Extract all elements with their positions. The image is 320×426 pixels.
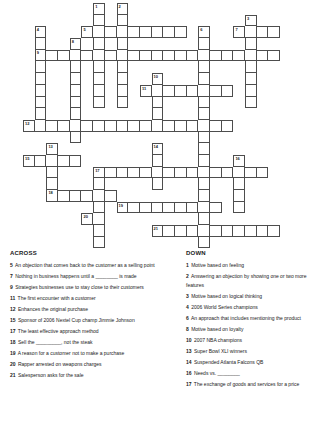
grid-cell[interactable] — [187, 120, 199, 132]
empty-space — [105, 97, 117, 109]
empty-space — [23, 73, 35, 85]
grid-cell[interactable] — [105, 190, 117, 202]
grid-cell[interactable] — [245, 167, 257, 179]
grid-cell[interactable] — [198, 213, 210, 225]
grid-cell[interactable] — [187, 167, 199, 179]
clue-text: Strategies businesses use to stay close … — [14, 284, 144, 290]
grid-cell[interactable] — [152, 155, 164, 167]
grid-cell[interactable] — [152, 26, 164, 38]
grid-cell[interactable] — [175, 202, 187, 214]
down-clue: 16 Needs vs. ________ — [186, 369, 316, 378]
grid-cell[interactable] — [163, 202, 175, 214]
grid-cell[interactable] — [93, 120, 105, 132]
empty-space — [70, 225, 82, 237]
grid-cell[interactable] — [81, 190, 93, 202]
grid-cell[interactable] — [198, 120, 210, 132]
grid-cell[interactable] — [245, 225, 257, 237]
grid-cell[interactable]: 19 — [117, 202, 129, 214]
empty-space — [140, 132, 152, 144]
grid-cell[interactable] — [198, 190, 210, 202]
grid-cell[interactable] — [163, 26, 175, 38]
across-clue: 7 Nothing in business happens until a __… — [10, 272, 186, 281]
grid-cell[interactable] — [187, 202, 199, 214]
empty-space — [70, 26, 82, 38]
clue-text: Sponsor of 2006 Nextel Cup champ Jimmie … — [17, 317, 135, 323]
grid-cell[interactable] — [46, 167, 58, 179]
grid-cell[interactable] — [93, 97, 105, 109]
grid-cell[interactable] — [198, 85, 210, 97]
grid-cell[interactable]: 6 — [198, 26, 210, 38]
grid-cell[interactable] — [105, 50, 117, 62]
grid-cell[interactable] — [198, 237, 210, 249]
grid-cell[interactable] — [81, 120, 93, 132]
grid-cell[interactable] — [222, 85, 234, 97]
cell-number: 13 — [48, 144, 52, 149]
grid-cell[interactable] — [35, 61, 47, 73]
empty-space — [140, 190, 152, 202]
clue-text: Suspended Atlanta Falcons QB — [193, 359, 264, 365]
empty-space — [140, 15, 152, 27]
grid-cell[interactable] — [257, 26, 269, 38]
clue-text: Super Bowl XLI winners — [193, 348, 247, 354]
empty-space — [268, 213, 280, 225]
empty-space — [81, 155, 93, 167]
grid-cell[interactable] — [152, 97, 164, 109]
grid-cell[interactable] — [152, 108, 164, 120]
empty-space — [210, 38, 222, 50]
grid-cell[interactable] — [152, 202, 164, 214]
grid-cell[interactable] — [187, 50, 199, 62]
empty-space — [23, 61, 35, 73]
grid-cell[interactable] — [35, 85, 47, 97]
empty-space — [23, 213, 35, 225]
grid-cell[interactable] — [268, 50, 280, 62]
grid-cell[interactable] — [117, 15, 129, 27]
grid-cell[interactable] — [105, 120, 117, 132]
empty-space — [257, 97, 269, 109]
grid-cell[interactable] — [140, 202, 152, 214]
empty-space — [23, 3, 35, 15]
grid-cell[interactable] — [35, 38, 47, 50]
empty-space — [105, 108, 117, 120]
grid-cell[interactable] — [117, 120, 129, 132]
grid-cell[interactable] — [198, 97, 210, 109]
grid-cell[interactable]: 12 — [23, 120, 35, 132]
grid-cell[interactable]: 18 — [46, 190, 58, 202]
clue-text: 2006 World Series champions — [190, 304, 258, 310]
grid-cell[interactable] — [93, 178, 105, 190]
empty-space — [163, 143, 175, 155]
grid-cell[interactable] — [93, 73, 105, 85]
empty-space — [187, 132, 199, 144]
grid-cell[interactable] — [245, 85, 257, 97]
empty-space — [105, 38, 117, 50]
grid-cell[interactable] — [93, 202, 105, 214]
grid-cell[interactable]: 2 — [117, 3, 129, 15]
grid-cell[interactable] — [117, 167, 129, 179]
empty-space — [233, 73, 245, 85]
empty-space — [257, 213, 269, 225]
grid-cell[interactable] — [198, 202, 210, 214]
empty-space — [58, 85, 70, 97]
clue-text: Salesperson asks for the sale — [17, 372, 84, 378]
empty-space — [175, 190, 187, 202]
clue-text: Nothing in business happens until a ____… — [14, 273, 137, 279]
empty-space — [81, 61, 93, 73]
empty-space — [222, 143, 234, 155]
clue-number: 20 — [10, 361, 16, 367]
empty-space — [222, 213, 234, 225]
across-clues: ACROSS 5 An objection that comes back to… — [10, 250, 186, 382]
empty-space — [46, 61, 58, 73]
empty-space — [257, 15, 269, 27]
grid-cell[interactable] — [46, 120, 58, 132]
empty-space — [58, 108, 70, 120]
grid-cell[interactable] — [152, 167, 164, 179]
grid-cell[interactable] — [35, 155, 47, 167]
grid-cell[interactable] — [117, 26, 129, 38]
grid-cell[interactable] — [198, 61, 210, 73]
grid-cell[interactable]: 5 — [81, 26, 93, 38]
grid-cell[interactable] — [46, 178, 58, 190]
grid-cell[interactable] — [245, 61, 257, 73]
grid-cell[interactable] — [93, 190, 105, 202]
empty-space — [105, 143, 117, 155]
grid-cell[interactable] — [117, 73, 129, 85]
grid-cell[interactable] — [222, 167, 234, 179]
grid-cell[interactable]: 7 — [233, 26, 245, 38]
empty-space — [210, 3, 222, 15]
grid-cell[interactable] — [70, 132, 82, 144]
grid-cell[interactable] — [93, 50, 105, 62]
grid-cell[interactable] — [140, 120, 152, 132]
empty-space — [187, 38, 199, 50]
grid-cell[interactable] — [117, 85, 129, 97]
empty-space — [128, 225, 140, 237]
grid-cell[interactable] — [268, 26, 280, 38]
grid-cell[interactable] — [58, 190, 70, 202]
clue-number: 16 — [186, 370, 192, 376]
empty-space — [128, 108, 140, 120]
grid-cell[interactable] — [35, 73, 47, 85]
grid-cell[interactable] — [70, 50, 82, 62]
grid-cell[interactable] — [70, 155, 82, 167]
empty-space — [81, 237, 93, 249]
grid-cell[interactable] — [70, 85, 82, 97]
grid-cell[interactable] — [163, 85, 175, 97]
grid-cell[interactable] — [163, 167, 175, 179]
grid-cell[interactable] — [93, 15, 105, 27]
empty-space — [245, 178, 257, 190]
grid-cell[interactable] — [198, 132, 210, 144]
clue-number: 2 — [186, 273, 189, 279]
grid-cell[interactable] — [46, 50, 58, 62]
empty-space — [105, 132, 117, 144]
empty-space — [268, 202, 280, 214]
grid-cell[interactable]: 21 — [152, 225, 164, 237]
empty-space — [233, 38, 245, 50]
crossword-grid: 123456789101112131415161718192021 — [23, 3, 280, 248]
empty-space — [222, 73, 234, 85]
grid-cell[interactable] — [233, 190, 245, 202]
grid-cell[interactable] — [58, 50, 70, 62]
empty-space — [175, 143, 187, 155]
empty-space — [268, 167, 280, 179]
empty-space — [163, 15, 175, 27]
across-clue: 15 Sponsor of 2006 Nextel Cup champ Jimm… — [10, 316, 186, 325]
cell-number: 10 — [154, 74, 158, 79]
grid-cell[interactable] — [268, 225, 280, 237]
empty-space — [268, 97, 280, 109]
clue-number: 8 — [186, 326, 189, 332]
grid-cell[interactable] — [58, 155, 70, 167]
empty-space — [268, 237, 280, 249]
across-clue: 21 Salesperson asks for the sale — [10, 371, 186, 380]
grid-cell[interactable] — [140, 26, 152, 38]
grid-cell[interactable]: 10 — [152, 73, 164, 85]
grid-cell[interactable] — [222, 225, 234, 237]
grid-cell[interactable]: 11 — [140, 85, 152, 97]
grid-cell[interactable] — [233, 167, 245, 179]
grid-cell[interactable] — [233, 202, 245, 214]
grid-cell[interactable] — [175, 50, 187, 62]
empty-space — [163, 237, 175, 249]
grid-cell[interactable] — [93, 85, 105, 97]
grid-cell[interactable] — [140, 50, 152, 62]
grid-cell[interactable] — [210, 202, 222, 214]
grid-cell[interactable] — [35, 120, 47, 132]
grid-cell[interactable] — [198, 167, 210, 179]
clue-text: The first encounter with a customer — [16, 295, 95, 301]
grid-cell[interactable] — [257, 167, 269, 179]
clue-number: 14 — [186, 359, 192, 365]
grid-cell[interactable] — [245, 26, 257, 38]
grid-cell[interactable] — [198, 155, 210, 167]
empty-space — [23, 225, 35, 237]
cell-number: 8 — [72, 39, 74, 44]
grid-cell[interactable] — [210, 167, 222, 179]
grid-cell[interactable]: 20 — [81, 213, 93, 225]
empty-space — [128, 143, 140, 155]
empty-space — [233, 15, 245, 27]
grid-cell[interactable] — [70, 120, 82, 132]
empty-space — [128, 155, 140, 167]
empty-space — [152, 38, 164, 50]
empty-space — [222, 38, 234, 50]
grid-cell[interactable] — [128, 167, 140, 179]
grid-cell[interactable] — [245, 38, 257, 50]
clue-text: A reason for a customer not to make a pu… — [17, 350, 125, 356]
grid-cell[interactable] — [117, 97, 129, 109]
empty-space — [128, 213, 140, 225]
empty-space — [245, 237, 257, 249]
grid-cell[interactable] — [210, 85, 222, 97]
grid-cell[interactable] — [198, 38, 210, 50]
empty-space — [46, 38, 58, 50]
cell-number: 19 — [119, 203, 123, 208]
empty-space — [187, 26, 199, 38]
grid-cell[interactable] — [233, 178, 245, 190]
grid-cell[interactable] — [93, 38, 105, 50]
across-clue: 9 Strategies businesses use to stay clos… — [10, 283, 186, 292]
empty-space — [46, 108, 58, 120]
grid-cell[interactable] — [175, 26, 187, 38]
grid-cell[interactable] — [93, 237, 105, 249]
empty-space — [175, 178, 187, 190]
grid-cell[interactable] — [175, 85, 187, 97]
grid-cell[interactable] — [70, 61, 82, 73]
cell-number: 17 — [95, 168, 99, 173]
empty-space — [187, 3, 199, 15]
grid-cell[interactable]: 3 — [245, 15, 257, 27]
grid-cell[interactable] — [70, 73, 82, 85]
empty-space — [187, 61, 199, 73]
grid-cell[interactable] — [128, 120, 140, 132]
grid-cell[interactable] — [128, 26, 140, 38]
grid-cell[interactable] — [245, 50, 257, 62]
grid-cell[interactable] — [198, 225, 210, 237]
grid-cell[interactable] — [198, 178, 210, 190]
clue-text: Answering an objection by showing one or… — [186, 273, 307, 288]
grid-cell[interactable] — [198, 108, 210, 120]
across-header: ACROSS — [10, 250, 186, 256]
empty-space — [35, 143, 47, 155]
empty-space — [128, 15, 140, 27]
empty-space — [268, 178, 280, 190]
grid-cell[interactable] — [210, 120, 222, 132]
grid-cell[interactable] — [152, 120, 164, 132]
grid-cell[interactable]: 1 — [93, 3, 105, 15]
empty-space — [268, 61, 280, 73]
empty-space — [163, 38, 175, 50]
empty-space — [245, 108, 257, 120]
grid-cell[interactable]: 4 — [35, 26, 47, 38]
grid-cell[interactable] — [152, 178, 164, 190]
clue-number: 17 — [186, 381, 192, 387]
empty-space — [58, 202, 70, 214]
grid-cell[interactable] — [117, 61, 129, 73]
empty-space — [117, 143, 129, 155]
empty-space — [23, 178, 35, 190]
empty-space — [140, 225, 152, 237]
grid-cell[interactable]: 9 — [35, 50, 47, 62]
empty-space — [187, 178, 199, 190]
grid-cell[interactable] — [152, 50, 164, 62]
grid-cell[interactable]: 17 — [93, 167, 105, 179]
grid-cell[interactable] — [257, 50, 269, 62]
empty-space — [81, 202, 93, 214]
grid-cell[interactable] — [175, 120, 187, 132]
grid-cell[interactable] — [35, 108, 47, 120]
grid-cell[interactable] — [117, 38, 129, 50]
empty-space — [70, 167, 82, 179]
grid-cell[interactable] — [93, 26, 105, 38]
grid-cell[interactable]: 14 — [152, 143, 164, 155]
grid-cell[interactable] — [81, 50, 93, 62]
empty-space — [117, 155, 129, 167]
empty-space — [81, 167, 93, 179]
empty-space — [35, 132, 47, 144]
grid-cell[interactable] — [163, 225, 175, 237]
down-clue: 8 Motive based on loyalty — [186, 325, 316, 334]
grid-cell[interactable] — [198, 73, 210, 85]
empty-space — [23, 237, 35, 249]
grid-cell[interactable] — [128, 50, 140, 62]
grid-cell[interactable] — [35, 97, 47, 109]
grid-cell[interactable] — [187, 85, 199, 97]
grid-cell[interactable] — [198, 50, 210, 62]
down-clue: 14 Suspended Atlanta Falcons QB — [186, 358, 316, 367]
grid-cell[interactable] — [128, 202, 140, 214]
grid-cell[interactable] — [233, 50, 245, 62]
grid-cell[interactable] — [163, 120, 175, 132]
grid-cell[interactable] — [105, 167, 117, 179]
grid-cell[interactable] — [140, 167, 152, 179]
grid-cell[interactable] — [210, 225, 222, 237]
empty-space — [58, 73, 70, 85]
empty-space — [128, 178, 140, 190]
grid-cell[interactable] — [222, 50, 234, 62]
empty-space — [58, 178, 70, 190]
clue-text: The least effective approach method — [17, 328, 99, 334]
clue-number: 13 — [186, 348, 192, 354]
grid-cell[interactable] — [233, 225, 245, 237]
empty-space — [187, 155, 199, 167]
empty-space — [163, 178, 175, 190]
empty-space — [93, 155, 105, 167]
grid-cell[interactable] — [70, 97, 82, 109]
grid-cell[interactable] — [152, 85, 164, 97]
empty-space — [58, 225, 70, 237]
grid-cell[interactable] — [163, 50, 175, 62]
clue-number: 19 — [10, 350, 16, 356]
cell-number: 5 — [83, 27, 85, 32]
grid-cell[interactable] — [105, 26, 117, 38]
grid-cell[interactable]: 8 — [70, 38, 82, 50]
cell-number: 4 — [37, 27, 39, 32]
grid-cell[interactable] — [175, 225, 187, 237]
cell-number: 18 — [48, 190, 52, 195]
empty-space — [70, 237, 82, 249]
grid-cell[interactable] — [175, 167, 187, 179]
empty-space — [268, 15, 280, 27]
empty-space — [58, 3, 70, 15]
empty-space — [117, 178, 129, 190]
empty-space — [93, 143, 105, 155]
grid-cell[interactable] — [222, 120, 234, 132]
grid-cell[interactable]: 13 — [46, 143, 58, 155]
grid-cell[interactable] — [70, 108, 82, 120]
empty-space — [117, 225, 129, 237]
grid-cell[interactable] — [117, 50, 129, 62]
grid-cell[interactable] — [210, 50, 222, 62]
empty-space — [128, 3, 140, 15]
grid-cell[interactable] — [58, 120, 70, 132]
grid-cell[interactable] — [70, 190, 82, 202]
grid-cell[interactable] — [93, 225, 105, 237]
grid-cell[interactable] — [93, 61, 105, 73]
grid-cell[interactable] — [93, 213, 105, 225]
grid-cell[interactable]: 16 — [233, 155, 245, 167]
grid-cell[interactable]: 15 — [23, 155, 35, 167]
grid-cell[interactable] — [257, 225, 269, 237]
grid-cell[interactable] — [245, 97, 257, 109]
grid-cell[interactable] — [187, 225, 199, 237]
grid-cell[interactable] — [46, 155, 58, 167]
grid-cell[interactable] — [245, 73, 257, 85]
grid-cell[interactable] — [198, 143, 210, 155]
empty-space — [187, 237, 199, 249]
